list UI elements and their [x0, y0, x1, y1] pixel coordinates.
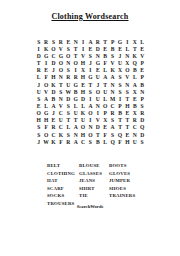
grid-cell: L — [131, 75, 138, 82]
grid-cell: F — [57, 139, 64, 146]
grid-cell: T — [94, 132, 101, 139]
grid-cell: D — [94, 125, 101, 132]
grid-cell: C — [79, 139, 86, 146]
grid-cell: U — [65, 82, 72, 89]
grid-cell: F — [42, 75, 49, 82]
grid-cell: A — [109, 125, 116, 132]
grid-cell: R — [65, 75, 72, 82]
grid-cell: A — [102, 75, 109, 82]
grid-cell: N — [57, 75, 64, 82]
word-list-item: BLOUSE — [79, 163, 109, 168]
word-list-item: SOCKS — [47, 193, 79, 198]
grid-cell: N — [124, 82, 131, 89]
word-list-item: SHIRT — [79, 186, 109, 191]
grid-cell: A — [72, 125, 79, 132]
word-list-item: GLOVES — [109, 171, 143, 176]
grid-cell: Q — [109, 139, 116, 146]
wordsearch-grid: SRSRENIARTPGIXLIKOVSTIEDEBELTEDGCGOTVSNB… — [35, 39, 146, 146]
word-list: BELTBLOUSEBOOTSCLOTHINGGLASSESGLOVESHATJ… — [47, 162, 143, 207]
grid-cell: Q — [138, 125, 145, 132]
grid-cell: G — [72, 82, 79, 89]
grid-cell: H — [124, 139, 131, 146]
grid-cell: L — [65, 125, 72, 132]
grid-cell: T — [87, 82, 94, 89]
grid-cell: E — [79, 82, 86, 89]
grid-cell: A — [109, 75, 116, 82]
grid-cell: S — [65, 132, 72, 139]
word-list-item: SCARF — [47, 186, 79, 191]
grid-cell: H — [50, 75, 57, 82]
grid-cell: S — [87, 139, 94, 146]
word-list-item: JEANS — [79, 178, 109, 183]
grid-cell: U — [94, 75, 101, 82]
grid-cell: N — [109, 82, 116, 89]
word-list-item: CLOTHING — [47, 171, 79, 176]
grid-cell: B — [94, 139, 101, 146]
grid-cell: C — [57, 125, 64, 132]
grid-cell: B — [138, 82, 145, 89]
grid-cell: F — [102, 132, 109, 139]
word-list-item: TIE — [79, 193, 109, 198]
grid-cell: S — [35, 125, 42, 132]
grid-cell: K — [50, 82, 57, 89]
grid-cell: L — [35, 75, 42, 82]
grid-cell: S — [116, 82, 123, 89]
grid-cell: Q — [116, 132, 123, 139]
word-list-item: SHOES — [109, 186, 143, 191]
grid-cell: G — [87, 75, 94, 82]
grid-cell: R — [50, 125, 57, 132]
grid-cell: O — [42, 132, 49, 139]
grid-cell: R — [65, 139, 72, 146]
grid-cell: F — [116, 139, 123, 146]
grid-cell: S — [109, 132, 116, 139]
grid-cell: O — [42, 82, 49, 89]
grid-cell: K — [57, 132, 64, 139]
word-list-item: BELT — [47, 163, 79, 168]
grid-cell: T — [124, 125, 131, 132]
grid-cell: N — [72, 132, 79, 139]
page-title: Clothing Wordsearch — [0, 12, 180, 21]
grid-cell: S — [35, 132, 42, 139]
word-list-item: TRAINERS — [109, 193, 143, 198]
grid-cell: E — [102, 125, 109, 132]
grid-cell: H — [79, 75, 86, 82]
worksheet-page: Clothing Wordsearch SRSRENIARTPGIXLIKOVS… — [0, 0, 180, 256]
grid-cell: H — [79, 132, 86, 139]
grid-cell: A — [131, 82, 138, 89]
grid-cell: L — [102, 139, 109, 146]
grid-cell: C — [131, 125, 138, 132]
grid-cell: T — [116, 125, 123, 132]
word-list-item: BOOTS — [109, 163, 143, 168]
grid-cell: K — [50, 139, 57, 146]
grid-cell: W — [42, 139, 49, 146]
grid-cell: D — [138, 132, 145, 139]
grid-cell: O — [87, 132, 94, 139]
grid-cell: N — [131, 132, 138, 139]
grid-cell: J — [35, 82, 42, 89]
footer-brand: SearchWords — [0, 204, 180, 209]
word-list-item: JUMPER — [109, 178, 143, 183]
grid-cell: R — [72, 75, 79, 82]
grid-cell: N — [87, 125, 94, 132]
grid-cell: T — [57, 82, 64, 89]
grid-cell: J — [94, 82, 101, 89]
grid-cell: V — [124, 75, 131, 82]
grid-cell: P — [138, 75, 145, 82]
grid-cell: F — [42, 125, 49, 132]
grid-cell: U — [131, 139, 138, 146]
grid-cell: J — [35, 139, 42, 146]
grid-cell: S — [116, 75, 123, 82]
grid-cell: S — [138, 139, 145, 146]
grid-cell: C — [50, 132, 57, 139]
word-list-item: HAT — [47, 178, 79, 183]
grid-cell: A — [72, 139, 79, 146]
word-list-item: GLASSES — [79, 171, 109, 176]
grid-cell: T — [102, 82, 109, 89]
grid-cell: O — [79, 125, 86, 132]
grid-cell: E — [124, 132, 131, 139]
